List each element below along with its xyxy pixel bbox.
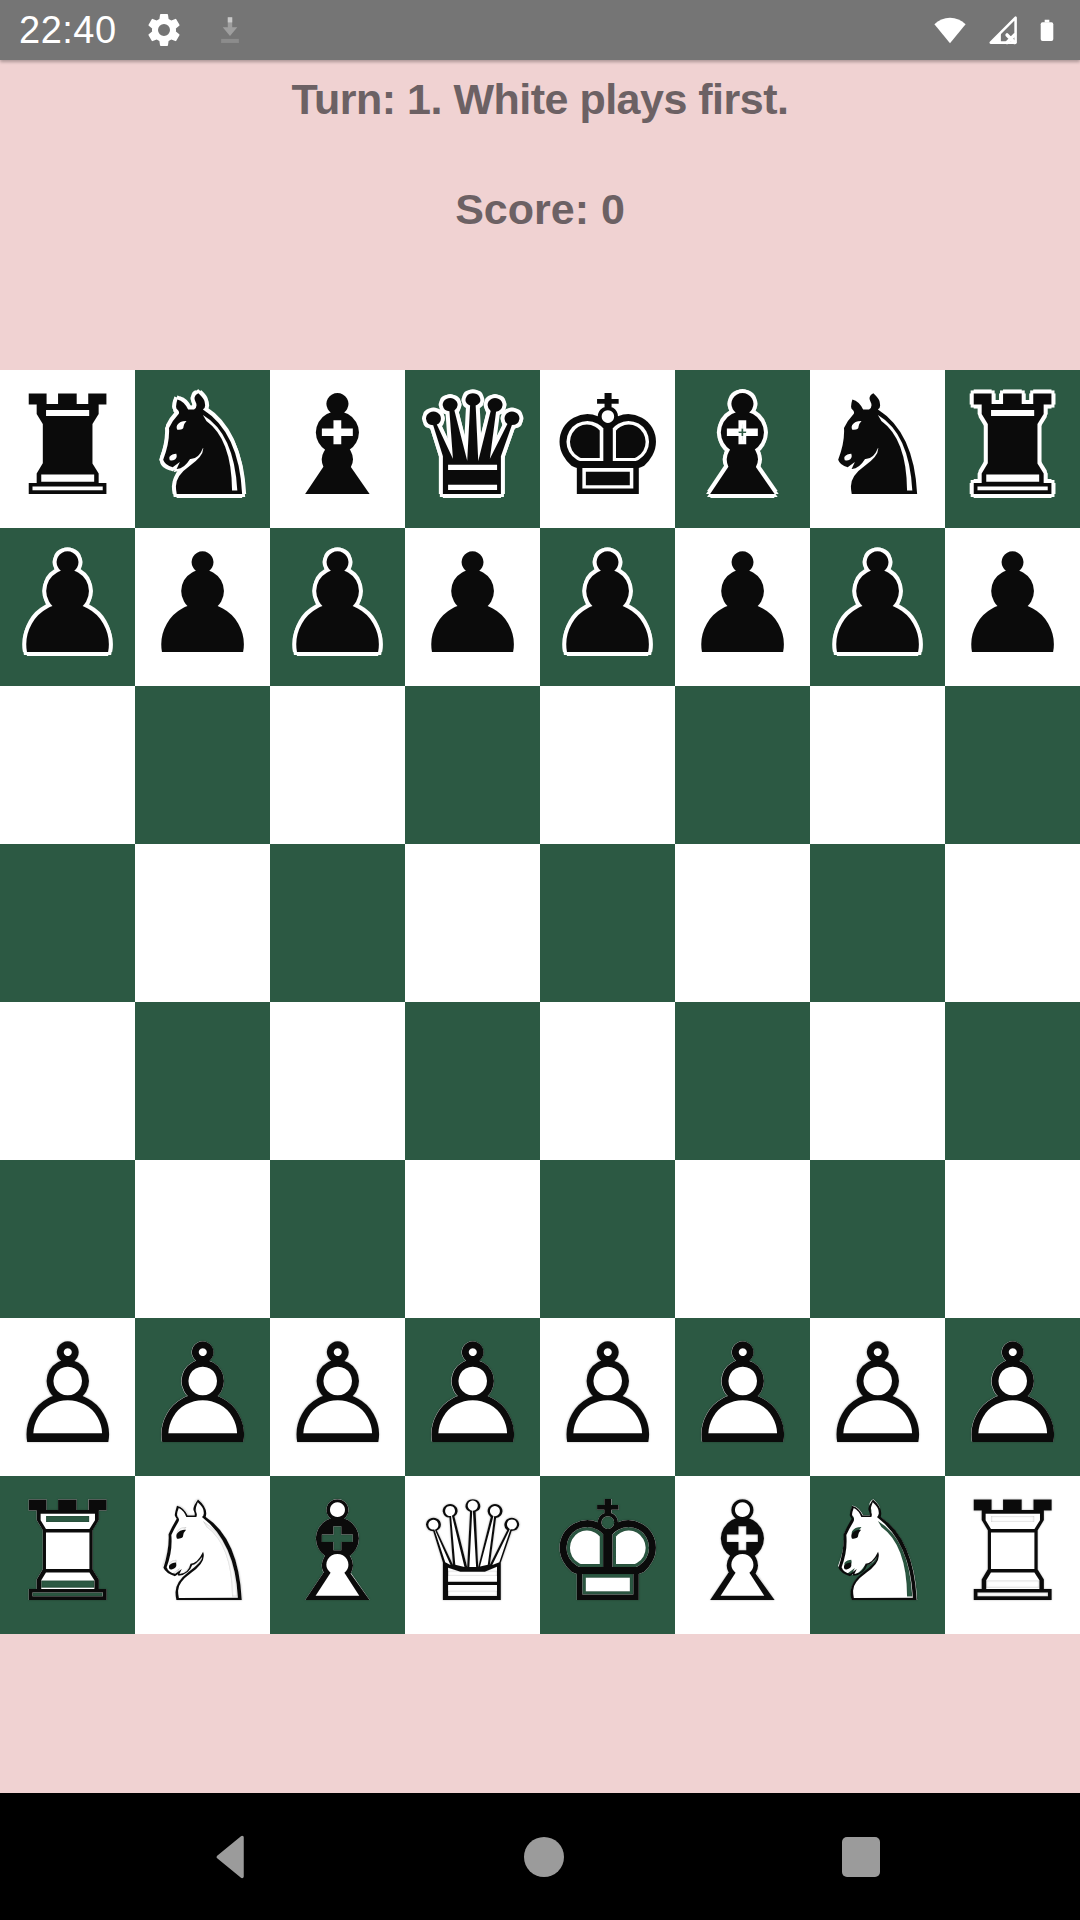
square-c8[interactable]: ♝ [270,370,405,528]
square-b1[interactable]: ♞♘ [135,1476,270,1634]
white-pawn: ♟♙ [675,1318,810,1476]
download-icon [211,10,249,50]
square-e7[interactable]: ♟ [540,528,675,686]
square-b4[interactable] [135,1002,270,1160]
black-pawn: ♟ [405,528,540,686]
nav-recents-button[interactable] [841,1836,881,1878]
square-f5[interactable] [675,844,810,1002]
square-d1[interactable]: ♛♕ [405,1476,540,1634]
white-pawn: ♟♙ [810,1318,945,1476]
square-h4[interactable] [945,1002,1080,1160]
square-h6[interactable] [945,686,1080,844]
chess-board: ♜♞♝♛♚♝♞♜♟♟♟♟♟♟♟♟♟♙♟♙♟♙♟♙♟♙♟♙♟♙♟♙♜♖♞♘♝♗♛♕… [0,370,1080,1634]
square-g2[interactable]: ♟♙ [810,1318,945,1476]
square-f1[interactable]: ♝♗ [675,1476,810,1634]
footer-area [0,1634,1080,1793]
square-d7[interactable]: ♟ [405,528,540,686]
black-bishop: ♝ [675,370,810,528]
square-e4[interactable] [540,1002,675,1160]
square-f6[interactable] [675,686,810,844]
cell-signal-x-icon [983,12,1023,48]
black-rook: ♜ [945,370,1080,528]
black-pawn: ♟ [0,528,135,686]
square-d8[interactable]: ♛ [405,370,540,528]
screen: 22:40 [0,0,1080,1920]
back-icon [214,1833,248,1881]
square-b5[interactable] [135,844,270,1002]
square-a2[interactable]: ♟♙ [0,1318,135,1476]
game-status-panel: Turn: 1. White plays first. Score: 0 [0,60,1080,370]
square-c3[interactable] [270,1160,405,1318]
white-pawn: ♟♙ [945,1318,1080,1476]
white-queen: ♛♕ [405,1476,540,1634]
square-g7[interactable]: ♟ [810,528,945,686]
black-pawn: ♟ [810,528,945,686]
square-g6[interactable] [810,686,945,844]
square-d5[interactable] [405,844,540,1002]
black-pawn: ♟ [135,528,270,686]
black-knight: ♞ [810,370,945,528]
square-a7[interactable]: ♟ [0,528,135,686]
white-rook: ♜♖ [0,1476,135,1634]
square-d3[interactable] [405,1160,540,1318]
square-e1[interactable]: ♚♔ [540,1476,675,1634]
status-right-icons [927,11,1061,49]
black-pawn: ♟ [270,528,405,686]
square-e8[interactable]: ♚ [540,370,675,528]
square-h2[interactable]: ♟♙ [945,1318,1080,1476]
square-f3[interactable] [675,1160,810,1318]
square-h7[interactable]: ♟ [945,528,1080,686]
white-pawn: ♟♙ [135,1318,270,1476]
square-f2[interactable]: ♟♙ [675,1318,810,1476]
square-a4[interactable] [0,1002,135,1160]
square-e6[interactable] [540,686,675,844]
black-bishop: ♝ [270,370,405,528]
wifi-icon [927,12,973,48]
nav-home-button[interactable] [523,1836,565,1878]
square-h5[interactable] [945,844,1080,1002]
settings-icon [144,10,184,50]
clock-label: 22:40 [19,9,117,52]
square-c2[interactable]: ♟♙ [270,1318,405,1476]
square-d4[interactable] [405,1002,540,1160]
square-c1[interactable]: ♝♗ [270,1476,405,1634]
battery-icon [1033,11,1061,49]
square-b3[interactable] [135,1160,270,1318]
black-pawn: ♟ [945,528,1080,686]
android-nav-bar [0,1793,1080,1920]
square-b6[interactable] [135,686,270,844]
white-bishop: ♝♗ [675,1476,810,1634]
square-f7[interactable]: ♟ [675,528,810,686]
square-a8[interactable]: ♜ [0,370,135,528]
square-b8[interactable]: ♞ [135,370,270,528]
black-pawn: ♟ [675,528,810,686]
white-rook: ♜♖ [945,1476,1080,1634]
square-d2[interactable]: ♟♙ [405,1318,540,1476]
home-icon [523,1836,565,1878]
square-g3[interactable] [810,1160,945,1318]
square-a5[interactable] [0,844,135,1002]
square-g1[interactable]: ♞♘ [810,1476,945,1634]
square-g4[interactable] [810,1002,945,1160]
square-c4[interactable] [270,1002,405,1160]
square-c5[interactable] [270,844,405,1002]
black-queen: ♛ [405,370,540,528]
square-a6[interactable] [0,686,135,844]
square-f4[interactable] [675,1002,810,1160]
square-a3[interactable] [0,1160,135,1318]
square-e2[interactable]: ♟♙ [540,1318,675,1476]
black-knight: ♞ [135,370,270,528]
square-h1[interactable]: ♜♖ [945,1476,1080,1634]
white-pawn: ♟♙ [405,1318,540,1476]
square-c7[interactable]: ♟ [270,528,405,686]
status-bar: 22:40 [0,0,1080,60]
white-knight: ♞♘ [810,1476,945,1634]
score-text: Score: 0 [455,185,625,234]
square-b2[interactable]: ♟♙ [135,1318,270,1476]
square-e3[interactable] [540,1160,675,1318]
square-a1[interactable]: ♜♖ [0,1476,135,1634]
nav-back-button[interactable] [214,1833,248,1881]
white-pawn: ♟♙ [0,1318,135,1476]
square-h3[interactable] [945,1160,1080,1318]
square-c6[interactable] [270,686,405,844]
white-pawn: ♟♙ [540,1318,675,1476]
square-b7[interactable]: ♟ [135,528,270,686]
square-g5[interactable] [810,844,945,1002]
square-g8[interactable]: ♞ [810,370,945,528]
square-h8[interactable]: ♜ [945,370,1080,528]
square-e5[interactable] [540,844,675,1002]
black-pawn: ♟ [540,528,675,686]
square-f8[interactable]: ♝ [675,370,810,528]
turn-status-text: Turn: 1. White plays first. [292,75,789,124]
black-rook: ♜ [0,370,135,528]
white-knight: ♞♘ [135,1476,270,1634]
white-pawn: ♟♙ [270,1318,405,1476]
square-d6[interactable] [405,686,540,844]
white-bishop: ♝♗ [270,1476,405,1634]
recents-icon [841,1836,881,1878]
black-king: ♚ [540,370,675,528]
white-king: ♚♔ [540,1476,675,1634]
